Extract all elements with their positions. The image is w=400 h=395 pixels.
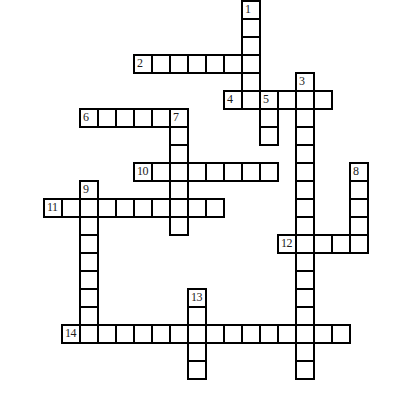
grid-cell[interactable] [187, 342, 207, 362]
grid-cell[interactable] [133, 324, 153, 344]
grid-cell[interactable] [241, 324, 261, 344]
grid-cell[interactable] [133, 162, 153, 182]
grid-cell[interactable] [79, 216, 99, 236]
grid-cell[interactable] [259, 126, 279, 146]
grid-cell[interactable] [97, 108, 117, 128]
crossword-diagram: 1234567891011121314 [0, 0, 400, 395]
grid-cell[interactable] [169, 162, 189, 182]
grid-cell[interactable] [151, 198, 171, 218]
grid-cell[interactable] [313, 90, 333, 110]
grid-cell[interactable] [295, 360, 315, 380]
grid-cell[interactable] [151, 54, 171, 74]
grid-cell[interactable] [151, 324, 171, 344]
grid-cell[interactable] [151, 162, 171, 182]
grid-cell[interactable] [97, 324, 117, 344]
grid-cell[interactable] [295, 198, 315, 218]
grid-cell[interactable] [295, 216, 315, 236]
grid-cell[interactable] [259, 162, 279, 182]
grid-cell[interactable] [79, 324, 99, 344]
grid-cell[interactable] [169, 144, 189, 164]
grid-cell[interactable] [295, 72, 315, 92]
grid-cell[interactable] [295, 180, 315, 200]
grid-cell[interactable] [187, 54, 207, 74]
grid-cell[interactable] [133, 54, 153, 74]
grid-cell[interactable] [205, 198, 225, 218]
crossword-grid [44, 1, 368, 379]
grid-cell[interactable] [97, 198, 117, 218]
grid-cell[interactable] [79, 306, 99, 326]
grid-cell[interactable] [79, 288, 99, 308]
grid-cell[interactable] [295, 108, 315, 128]
grid-cell[interactable] [295, 306, 315, 326]
grid-cell[interactable] [313, 234, 333, 254]
grid-cell[interactable] [151, 108, 171, 128]
grid-cell[interactable] [259, 90, 279, 110]
grid-cell[interactable] [277, 90, 297, 110]
grid-cell[interactable] [79, 252, 99, 272]
grid-cell[interactable] [295, 342, 315, 362]
grid-cell[interactable] [277, 324, 297, 344]
grid-cell[interactable] [205, 324, 225, 344]
grid-cell[interactable] [169, 198, 189, 218]
grid-cell[interactable] [115, 324, 135, 344]
grid-cell[interactable] [169, 180, 189, 200]
grid-cell[interactable] [169, 126, 189, 146]
grid-cell[interactable] [295, 270, 315, 290]
grid-cell[interactable] [223, 324, 243, 344]
grid-cell[interactable] [79, 180, 99, 200]
grid-cell[interactable] [277, 234, 297, 254]
grid-cell[interactable] [295, 288, 315, 308]
grid-cell[interactable] [205, 54, 225, 74]
grid-cell[interactable] [349, 198, 369, 218]
grid-cell[interactable] [187, 198, 207, 218]
grid-cell[interactable] [295, 144, 315, 164]
grid-cell[interactable] [241, 72, 261, 92]
grid-cell[interactable] [169, 54, 189, 74]
grid-cell[interactable] [349, 216, 369, 236]
grid-cell[interactable] [79, 234, 99, 254]
grid-cell[interactable] [43, 198, 63, 218]
grid-cell[interactable] [295, 234, 315, 254]
grid-cell[interactable] [205, 162, 225, 182]
grid-cell[interactable] [223, 162, 243, 182]
grid-cell[interactable] [79, 198, 99, 218]
grid-cell[interactable] [187, 306, 207, 326]
grid-cell[interactable] [133, 198, 153, 218]
grid-cell[interactable] [187, 288, 207, 308]
grid-cell[interactable] [295, 252, 315, 272]
grid-cell[interactable] [241, 54, 261, 74]
grid-cell[interactable] [241, 162, 261, 182]
grid-cell[interactable] [331, 234, 351, 254]
grid-cell[interactable] [187, 360, 207, 380]
grid-cell[interactable] [61, 198, 81, 218]
grid-cell[interactable] [115, 108, 135, 128]
grid-cell[interactable] [79, 270, 99, 290]
grid-cell[interactable] [187, 324, 207, 344]
grid-cell[interactable] [331, 324, 351, 344]
grid-cell[interactable] [313, 324, 333, 344]
grid-cell[interactable] [241, 18, 261, 38]
grid-cell[interactable] [241, 0, 261, 20]
grid-cell[interactable] [295, 90, 315, 110]
grid-cell[interactable] [223, 90, 243, 110]
grid-cell[interactable] [133, 108, 153, 128]
grid-cell[interactable] [295, 126, 315, 146]
grid-cell[interactable] [349, 162, 369, 182]
grid-cell[interactable] [169, 324, 189, 344]
grid-cell[interactable] [169, 216, 189, 236]
grid-cell[interactable] [61, 324, 81, 344]
grid-cell[interactable] [169, 108, 189, 128]
grid-cell[interactable] [241, 90, 261, 110]
grid-cell[interactable] [223, 54, 243, 74]
grid-cell[interactable] [259, 108, 279, 128]
grid-cell[interactable] [187, 162, 207, 182]
grid-cell[interactable] [295, 162, 315, 182]
grid-cell[interactable] [115, 198, 135, 218]
grid-cell[interactable] [349, 234, 369, 254]
grid-cell[interactable] [79, 108, 99, 128]
grid-cell[interactable] [295, 324, 315, 344]
grid-cell[interactable] [241, 36, 261, 56]
grid-cell[interactable] [349, 180, 369, 200]
grid-cell[interactable] [259, 324, 279, 344]
